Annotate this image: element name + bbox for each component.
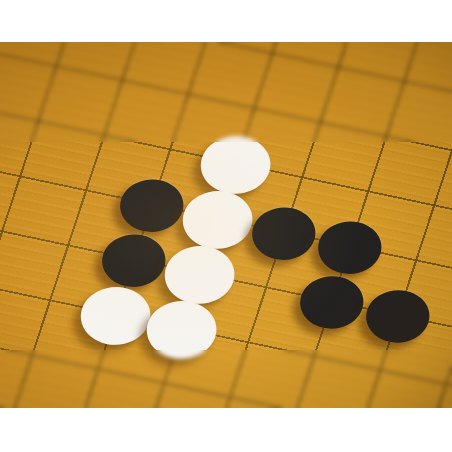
go-board-grid: ●●●●●●●●●●●: [0, 42, 452, 408]
photo-bottom-margin: [0, 408, 452, 452]
go-board-photo-page: ●●●●●●●●●●●: [0, 0, 452, 452]
photo-top-margin: [0, 0, 452, 42]
goban-photo: ●●●●●●●●●●●: [0, 42, 452, 408]
